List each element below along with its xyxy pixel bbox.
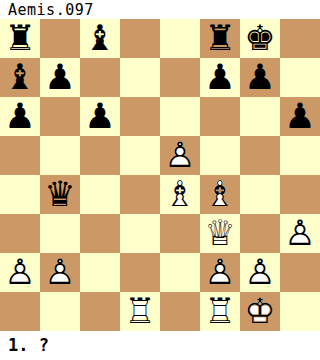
square-b4[interactable]: ♛ — [40, 175, 80, 214]
white-pawn-piece: ♟♙ — [0, 253, 40, 292]
square-g2[interactable]: ♟♙ — [240, 253, 280, 292]
square-f6[interactable] — [200, 97, 240, 136]
square-c1[interactable] — [80, 292, 120, 331]
black-pawn-piece: ♟ — [0, 97, 40, 136]
black-pawn-piece: ♟ — [240, 58, 280, 97]
square-h7[interactable] — [280, 58, 320, 97]
square-a2[interactable]: ♟♙ — [0, 253, 40, 292]
square-e7[interactable] — [160, 58, 200, 97]
square-c4[interactable] — [80, 175, 120, 214]
square-f8[interactable]: ♜ — [200, 19, 240, 58]
square-f7[interactable]: ♟ — [200, 58, 240, 97]
square-f2[interactable]: ♟♙ — [200, 253, 240, 292]
square-e6[interactable] — [160, 97, 200, 136]
square-d7[interactable] — [120, 58, 160, 97]
square-a1[interactable] — [0, 292, 40, 331]
square-d2[interactable] — [120, 253, 160, 292]
square-c2[interactable] — [80, 253, 120, 292]
square-e4[interactable]: ♝♗ — [160, 175, 200, 214]
white-rook-piece: ♜♖ — [200, 292, 240, 331]
square-a8[interactable]: ♜ — [0, 19, 40, 58]
square-g6[interactable] — [240, 97, 280, 136]
square-d5[interactable] — [120, 136, 160, 175]
square-b8[interactable] — [40, 19, 80, 58]
square-h8[interactable] — [280, 19, 320, 58]
square-g4[interactable] — [240, 175, 280, 214]
puzzle-page: Aemis.097 ♜♝♜♚♝♟♟♟♟♟♟♟♙♛♝♗♝♗♛♕♟♙♟♙♟♙♟♙♟♙… — [0, 0, 320, 360]
square-d3[interactable] — [120, 214, 160, 253]
square-g1[interactable]: ♚♔ — [240, 292, 280, 331]
square-g8[interactable]: ♚ — [240, 19, 280, 58]
square-c6[interactable]: ♟ — [80, 97, 120, 136]
square-a7[interactable]: ♝ — [0, 58, 40, 97]
black-pawn-piece: ♟ — [80, 97, 120, 136]
square-f4[interactable]: ♝♗ — [200, 175, 240, 214]
square-h3[interactable]: ♟♙ — [280, 214, 320, 253]
square-c3[interactable] — [80, 214, 120, 253]
square-e2[interactable] — [160, 253, 200, 292]
white-bishop-piece: ♝♗ — [200, 175, 240, 214]
square-c8[interactable]: ♝ — [80, 19, 120, 58]
square-e1[interactable] — [160, 292, 200, 331]
black-pawn-piece: ♟ — [200, 58, 240, 97]
square-f3[interactable]: ♛♕ — [200, 214, 240, 253]
square-b2[interactable]: ♟♙ — [40, 253, 80, 292]
white-queen-piece: ♛♕ — [200, 214, 240, 253]
black-bishop-piece: ♝ — [80, 19, 120, 58]
square-h5[interactable] — [280, 136, 320, 175]
square-g5[interactable] — [240, 136, 280, 175]
square-d4[interactable] — [120, 175, 160, 214]
square-d8[interactable] — [120, 19, 160, 58]
square-b3[interactable] — [40, 214, 80, 253]
white-pawn-piece: ♟♙ — [280, 214, 320, 253]
square-e8[interactable] — [160, 19, 200, 58]
square-f1[interactable]: ♜♖ — [200, 292, 240, 331]
square-g7[interactable]: ♟ — [240, 58, 280, 97]
black-pawn-piece: ♟ — [40, 58, 80, 97]
square-g3[interactable] — [240, 214, 280, 253]
square-h1[interactable] — [280, 292, 320, 331]
square-e5[interactable]: ♟♙ — [160, 136, 200, 175]
black-rook-piece: ♜ — [0, 19, 40, 58]
square-a4[interactable] — [0, 175, 40, 214]
black-pawn-piece: ♟ — [280, 97, 320, 136]
square-a3[interactable] — [0, 214, 40, 253]
puzzle-title: Aemis.097 — [0, 0, 320, 19]
square-b5[interactable] — [40, 136, 80, 175]
square-h2[interactable] — [280, 253, 320, 292]
white-rook-piece: ♜♖ — [120, 292, 160, 331]
white-pawn-piece: ♟♙ — [200, 253, 240, 292]
square-h4[interactable] — [280, 175, 320, 214]
white-king-piece: ♚♔ — [240, 292, 280, 331]
square-f5[interactable] — [200, 136, 240, 175]
move-prompt: 1. ? — [0, 331, 320, 360]
square-b7[interactable]: ♟ — [40, 58, 80, 97]
chess-board: ♜♝♜♚♝♟♟♟♟♟♟♟♙♛♝♗♝♗♛♕♟♙♟♙♟♙♟♙♟♙♜♖♜♖♚♔ — [0, 19, 320, 331]
white-pawn-piece: ♟♙ — [240, 253, 280, 292]
white-pawn-piece: ♟♙ — [160, 136, 200, 175]
square-e3[interactable] — [160, 214, 200, 253]
square-c7[interactable] — [80, 58, 120, 97]
black-king-piece: ♚ — [240, 19, 280, 58]
square-b1[interactable] — [40, 292, 80, 331]
black-rook-piece: ♜ — [200, 19, 240, 58]
square-b6[interactable] — [40, 97, 80, 136]
white-pawn-piece: ♟♙ — [40, 253, 80, 292]
black-bishop-piece: ♝ — [0, 58, 40, 97]
white-bishop-piece: ♝♗ — [160, 175, 200, 214]
square-c5[interactable] — [80, 136, 120, 175]
square-a6[interactable]: ♟ — [0, 97, 40, 136]
square-a5[interactable] — [0, 136, 40, 175]
square-d6[interactable] — [120, 97, 160, 136]
black-queen-piece: ♛ — [40, 175, 80, 214]
square-d1[interactable]: ♜♖ — [120, 292, 160, 331]
square-h6[interactable]: ♟ — [280, 97, 320, 136]
